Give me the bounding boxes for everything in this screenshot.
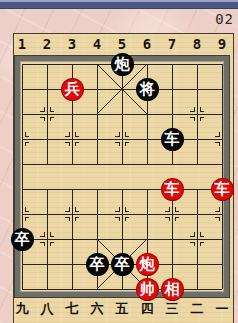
file-label-bottom: 三: [160, 301, 185, 317]
piece-black-soldier[interactable]: 卒: [12, 229, 33, 250]
app-window: 02 123456789 炮兵将车车车卒卒卒炮帅相 九八七六五四三二一: [0, 0, 238, 323]
piece-black-chariot[interactable]: 车: [162, 129, 183, 150]
pieces-layer: 炮兵将车车车卒卒卒炮帅相: [10, 52, 235, 302]
move-counter: 02: [215, 11, 234, 27]
piece-red-elephant[interactable]: 相: [162, 279, 183, 300]
piece-black-general[interactable]: 将: [137, 79, 158, 100]
xiangqi-board[interactable]: 123456789 炮兵将车车车卒卒卒炮帅相 九八七六五四三二一: [13, 33, 234, 323]
piece-red-general[interactable]: 帅: [137, 279, 158, 300]
piece-red-soldier[interactable]: 兵: [62, 79, 83, 100]
file-label-bottom: 九: [10, 301, 35, 317]
file-label-bottom: 四: [135, 301, 160, 317]
file-label-bottom: 八: [35, 301, 60, 317]
window-titlebar: [0, 0, 238, 9]
file-labels-bottom: 九八七六五四三二一: [10, 301, 235, 317]
piece-black-soldier[interactable]: 卒: [112, 254, 133, 275]
piece-red-cannon[interactable]: 炮: [137, 254, 158, 275]
file-label-bottom: 五: [110, 301, 135, 317]
piece-red-chariot[interactable]: 车: [212, 179, 233, 200]
file-label-bottom: 一: [210, 301, 235, 317]
piece-black-soldier[interactable]: 卒: [87, 254, 108, 275]
file-label-bottom: 七: [60, 301, 85, 317]
piece-black-cannon[interactable]: 炮: [112, 54, 133, 75]
piece-red-chariot[interactable]: 车: [162, 179, 183, 200]
file-label-bottom: 六: [85, 301, 110, 317]
file-label-bottom: 二: [185, 301, 210, 317]
